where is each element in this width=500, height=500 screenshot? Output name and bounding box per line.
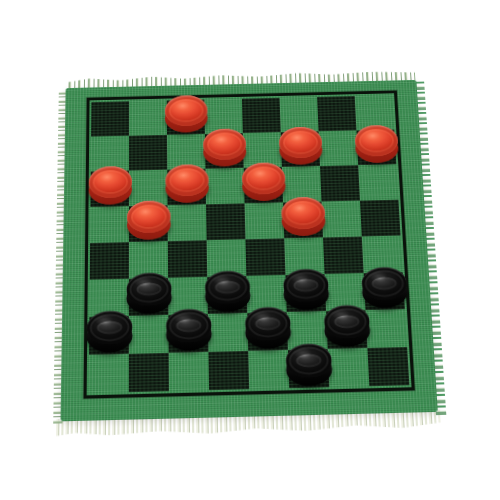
- square-r2c6[interactable]: [281, 131, 320, 167]
- board-frame: [83, 90, 414, 398]
- square-r2c2[interactable]: [129, 135, 167, 171]
- square-r8c5: [248, 350, 289, 389]
- product-photo: [0, 0, 500, 500]
- red-checker[interactable]: [278, 126, 322, 165]
- square-r8c2[interactable]: [129, 353, 169, 392]
- square-r1c2: [129, 100, 167, 135]
- checkers-board: [89, 95, 410, 393]
- square-r7c8: [366, 309, 408, 348]
- square-r7c3[interactable]: [168, 314, 208, 353]
- square-r1c3[interactable]: [167, 100, 205, 135]
- square-r8c1: [89, 354, 129, 393]
- square-r4c5: [245, 202, 285, 239]
- rug-fabric: [60, 80, 437, 421]
- black-checker[interactable]: [86, 310, 132, 353]
- red-checker[interactable]: [165, 164, 209, 203]
- square-r3c7[interactable]: [320, 165, 360, 201]
- black-checker[interactable]: [285, 343, 333, 387]
- square-r5c7[interactable]: [323, 237, 364, 274]
- square-r1c7[interactable]: [317, 96, 356, 131]
- square-r3c5[interactable]: [244, 167, 283, 203]
- square-r3c8: [358, 164, 398, 200]
- red-checker[interactable]: [354, 124, 399, 163]
- square-r7c7[interactable]: [326, 310, 367, 349]
- red-checker[interactable]: [88, 165, 131, 204]
- square-r8c6[interactable]: [288, 349, 329, 388]
- square-r4c1: [90, 206, 129, 243]
- black-checker[interactable]: [126, 272, 172, 314]
- square-r3c1[interactable]: [90, 171, 129, 207]
- square-r7c2: [129, 315, 169, 354]
- black-checker[interactable]: [165, 308, 211, 351]
- black-checker[interactable]: [360, 266, 407, 308]
- square-r2c8[interactable]: [356, 129, 396, 165]
- red-checker[interactable]: [164, 94, 207, 132]
- square-r5c5[interactable]: [245, 238, 285, 276]
- red-checker[interactable]: [280, 196, 325, 236]
- square-r3c3[interactable]: [167, 169, 206, 205]
- black-checker[interactable]: [204, 270, 250, 312]
- square-r2c7: [319, 130, 359, 166]
- square-r4c3: [168, 204, 207, 241]
- square-r8c7: [328, 348, 370, 387]
- black-checker[interactable]: [244, 306, 291, 349]
- square-r6c6[interactable]: [285, 274, 326, 312]
- red-checker[interactable]: [202, 128, 246, 167]
- square-r8c8[interactable]: [367, 347, 409, 386]
- square-r6c2[interactable]: [129, 278, 168, 316]
- checkers-rug: [60, 80, 437, 421]
- square-r3c4: [205, 168, 244, 204]
- square-r7c1[interactable]: [89, 316, 129, 355]
- square-r7c5[interactable]: [247, 312, 288, 351]
- square-r6c8[interactable]: [364, 272, 405, 310]
- square-r2c4[interactable]: [205, 133, 244, 169]
- square-r7c4: [208, 313, 248, 352]
- red-checker[interactable]: [241, 162, 285, 201]
- square-r4c2[interactable]: [129, 205, 168, 242]
- square-r1c5[interactable]: [242, 98, 281, 133]
- square-r1c1[interactable]: [91, 101, 129, 136]
- square-r6c4[interactable]: [207, 276, 247, 314]
- square-r4c8[interactable]: [360, 200, 401, 237]
- square-r5c3[interactable]: [168, 240, 207, 278]
- red-checker[interactable]: [126, 200, 170, 240]
- square-r5c1[interactable]: [90, 242, 129, 280]
- square-r4c4[interactable]: [206, 203, 245, 240]
- square-r4c6[interactable]: [283, 201, 323, 238]
- square-r8c3: [169, 352, 209, 391]
- black-checker[interactable]: [282, 268, 329, 310]
- black-checker[interactable]: [323, 304, 371, 347]
- square-r8c4[interactable]: [208, 351, 249, 390]
- square-r4c7: [322, 201, 362, 238]
